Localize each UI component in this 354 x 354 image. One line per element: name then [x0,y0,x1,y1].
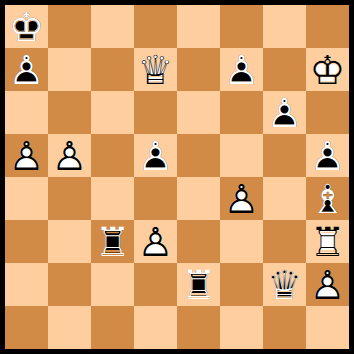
piece-outline-glyph: ♙ [5,134,48,177]
square-c3[interactable]: ♜♖ [91,220,134,263]
piece-black-king[interactable]: ♚♔ [5,5,48,48]
square-b8[interactable] [48,5,91,48]
square-h6[interactable] [306,91,349,134]
square-c2[interactable] [91,263,134,306]
square-h8[interactable] [306,5,349,48]
square-c6[interactable] [91,91,134,134]
piece-black-pawn[interactable]: ♟♙ [220,48,263,91]
square-h2[interactable]: ♟♙ [306,263,349,306]
square-c7[interactable] [91,48,134,91]
square-b6[interactable] [48,91,91,134]
piece-outline-glyph: ♙ [5,48,48,91]
piece-outline-glyph: ♙ [134,220,177,263]
square-e5[interactable] [177,134,220,177]
chess-board: ♚♔♟♙♛♕♟♙♚♔♟♙♟♙♟♙♟♙♟♙♟♙♝♗♜♖♟♙♜♖♜♖♛♕♟♙ [5,5,349,349]
square-f1[interactable] [220,306,263,349]
piece-outline-glyph: ♔ [306,48,349,91]
square-f6[interactable] [220,91,263,134]
square-b2[interactable] [48,263,91,306]
piece-white-pawn[interactable]: ♟♙ [48,134,91,177]
square-a5[interactable]: ♟♙ [5,134,48,177]
square-a6[interactable] [5,91,48,134]
square-g8[interactable] [263,5,306,48]
square-c4[interactable] [91,177,134,220]
square-d7[interactable]: ♛♕ [134,48,177,91]
square-c5[interactable] [91,134,134,177]
square-g1[interactable] [263,306,306,349]
square-b7[interactable] [48,48,91,91]
piece-black-pawn[interactable]: ♟♙ [306,134,349,177]
piece-outline-glyph: ♖ [177,263,220,306]
square-d8[interactable] [134,5,177,48]
square-c1[interactable] [91,306,134,349]
piece-white-pawn[interactable]: ♟♙ [5,134,48,177]
square-d5[interactable]: ♟♙ [134,134,177,177]
piece-black-pawn[interactable]: ♟♙ [134,134,177,177]
piece-black-pawn[interactable]: ♟♙ [5,48,48,91]
piece-outline-glyph: ♔ [5,5,48,48]
square-a2[interactable] [5,263,48,306]
piece-white-pawn[interactable]: ♟♙ [220,177,263,220]
square-d3[interactable]: ♟♙ [134,220,177,263]
square-f8[interactable] [220,5,263,48]
chess-board-frame: ♚♔♟♙♛♕♟♙♚♔♟♙♟♙♟♙♟♙♟♙♟♙♝♗♜♖♟♙♜♖♜♖♛♕♟♙ [0,0,354,354]
piece-outline-glyph: ♕ [263,263,306,306]
piece-white-pawn[interactable]: ♟♙ [306,263,349,306]
piece-outline-glyph: ♙ [48,134,91,177]
square-h4[interactable]: ♝♗ [306,177,349,220]
piece-outline-glyph: ♙ [306,263,349,306]
square-f2[interactable] [220,263,263,306]
square-c8[interactable] [91,5,134,48]
square-e6[interactable] [177,91,220,134]
piece-outline-glyph: ♙ [306,134,349,177]
piece-outline-glyph: ♙ [220,48,263,91]
square-e8[interactable] [177,5,220,48]
square-a1[interactable] [5,306,48,349]
piece-black-rook[interactable]: ♜♖ [91,220,134,263]
square-g5[interactable] [263,134,306,177]
piece-outline-glyph: ♕ [134,48,177,91]
piece-white-king[interactable]: ♚♔ [306,48,349,91]
square-g4[interactable] [263,177,306,220]
piece-black-pawn[interactable]: ♟♙ [263,91,306,134]
piece-outline-glyph: ♙ [134,134,177,177]
piece-black-queen[interactable]: ♛♕ [263,263,306,306]
piece-black-bishop[interactable]: ♝♗ [306,177,349,220]
piece-outline-glyph: ♖ [306,220,349,263]
square-e3[interactable] [177,220,220,263]
piece-outline-glyph: ♙ [263,91,306,134]
square-f7[interactable]: ♟♙ [220,48,263,91]
square-f4[interactable]: ♟♙ [220,177,263,220]
square-h3[interactable]: ♜♖ [306,220,349,263]
square-b1[interactable] [48,306,91,349]
square-e4[interactable] [177,177,220,220]
square-a3[interactable] [5,220,48,263]
square-b3[interactable] [48,220,91,263]
square-g2[interactable]: ♛♕ [263,263,306,306]
square-d2[interactable] [134,263,177,306]
piece-black-rook[interactable]: ♜♖ [177,263,220,306]
square-d4[interactable] [134,177,177,220]
piece-white-pawn[interactable]: ♟♙ [134,220,177,263]
square-g3[interactable] [263,220,306,263]
square-e2[interactable]: ♜♖ [177,263,220,306]
piece-white-rook[interactable]: ♜♖ [306,220,349,263]
square-b4[interactable] [48,177,91,220]
square-g7[interactable] [263,48,306,91]
square-f5[interactable] [220,134,263,177]
square-h7[interactable]: ♚♔ [306,48,349,91]
square-g6[interactable]: ♟♙ [263,91,306,134]
piece-outline-glyph: ♖ [91,220,134,263]
square-a4[interactable] [5,177,48,220]
square-a7[interactable]: ♟♙ [5,48,48,91]
piece-outline-glyph: ♗ [306,177,349,220]
square-f3[interactable] [220,220,263,263]
square-e1[interactable] [177,306,220,349]
square-b5[interactable]: ♟♙ [48,134,91,177]
square-a8[interactable]: ♚♔ [5,5,48,48]
square-e7[interactable] [177,48,220,91]
square-h1[interactable] [306,306,349,349]
piece-outline-glyph: ♙ [220,177,263,220]
square-d1[interactable] [134,306,177,349]
square-h5[interactable]: ♟♙ [306,134,349,177]
square-d6[interactable] [134,91,177,134]
piece-white-queen[interactable]: ♛♕ [134,48,177,91]
